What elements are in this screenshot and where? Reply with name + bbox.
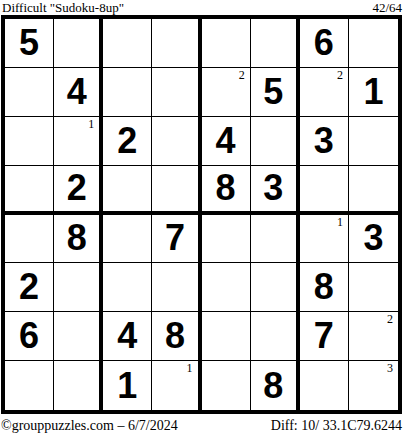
cell-r4c1[interactable] bbox=[5, 166, 54, 215]
cell-r6c8[interactable] bbox=[349, 263, 398, 312]
pencil-mark: 2 bbox=[239, 69, 245, 81]
cell-r7c3[interactable]: 4 bbox=[103, 312, 152, 361]
cell-r1c2[interactable] bbox=[54, 19, 103, 68]
cell-r8c7[interactable] bbox=[300, 361, 349, 410]
cell-digit: 3 bbox=[363, 220, 383, 256]
cell-r3c7[interactable]: 3 bbox=[300, 117, 349, 166]
puzzle-counter: 42/64 bbox=[372, 0, 402, 15]
cell-r2c4[interactable] bbox=[152, 68, 201, 117]
cell-r8c5[interactable] bbox=[202, 361, 251, 410]
cell-r2c3[interactable] bbox=[103, 68, 152, 117]
cell-r3c3[interactable]: 2 bbox=[103, 117, 152, 166]
cell-r3c4[interactable] bbox=[152, 117, 201, 166]
cell-r2c7[interactable]: 2 bbox=[300, 68, 349, 117]
cell-digit: 8 bbox=[314, 269, 334, 305]
cell-r2c6[interactable]: 5 bbox=[251, 68, 300, 117]
cell-r1c1[interactable]: 5 bbox=[5, 19, 54, 68]
cell-r5c2[interactable]: 8 bbox=[54, 215, 103, 264]
cell-r4c8[interactable] bbox=[349, 166, 398, 215]
cell-r1c4[interactable] bbox=[152, 19, 201, 68]
header: Difficult "Sudoku-8up" 42/64 bbox=[0, 0, 403, 15]
cell-r4c4[interactable] bbox=[152, 166, 201, 215]
cell-r5c7[interactable]: 1 bbox=[300, 215, 349, 264]
cell-r1c7[interactable]: 6 bbox=[300, 19, 349, 68]
cell-r2c2[interactable]: 4 bbox=[54, 68, 103, 117]
cell-r1c6[interactable] bbox=[251, 19, 300, 68]
cell-r7c4[interactable]: 8 bbox=[152, 312, 201, 361]
cell-r1c5[interactable] bbox=[202, 19, 251, 68]
cell-r7c7[interactable]: 7 bbox=[300, 312, 349, 361]
cell-r6c7[interactable]: 8 bbox=[300, 263, 349, 312]
cell-r5c1[interactable] bbox=[5, 215, 54, 264]
cell-digit: 5 bbox=[19, 25, 39, 61]
cell-r3c1[interactable] bbox=[5, 117, 54, 166]
cell-digit: 7 bbox=[314, 318, 334, 354]
cell-r5c5[interactable] bbox=[202, 215, 251, 264]
cell-r5c3[interactable] bbox=[103, 215, 152, 264]
cell-r6c3[interactable] bbox=[103, 263, 152, 312]
cell-r6c5[interactable] bbox=[202, 263, 251, 312]
cell-r6c4[interactable] bbox=[152, 263, 201, 312]
cell-r8c2[interactable] bbox=[54, 361, 103, 410]
cell-r6c6[interactable] bbox=[251, 263, 300, 312]
cell-digit: 8 bbox=[263, 368, 283, 404]
pencil-mark: 3 bbox=[387, 362, 393, 374]
cell-r4c2[interactable]: 2 bbox=[54, 166, 103, 215]
cell-digit: 5 bbox=[263, 74, 283, 110]
cell-digit: 1 bbox=[117, 368, 137, 404]
cell-r7c2[interactable] bbox=[54, 312, 103, 361]
cell-r5c6[interactable] bbox=[251, 215, 300, 264]
cell-r8c6[interactable]: 8 bbox=[251, 361, 300, 410]
cell-digit: 6 bbox=[314, 25, 334, 61]
cell-r3c2[interactable]: 1 bbox=[54, 117, 103, 166]
cell-digit: 4 bbox=[216, 123, 236, 159]
puzzle-title: Difficult "Sudoku-8up" bbox=[2, 0, 124, 15]
pencil-mark: 2 bbox=[337, 69, 343, 81]
cell-r2c8[interactable]: 1 bbox=[349, 68, 398, 117]
cell-digit: 2 bbox=[19, 269, 39, 305]
cell-digit: 2 bbox=[117, 123, 137, 159]
cell-digit: 7 bbox=[165, 220, 185, 256]
cell-r8c4[interactable]: 1 bbox=[152, 361, 201, 410]
cell-r4c6[interactable]: 3 bbox=[251, 166, 300, 215]
cell-r8c1[interactable] bbox=[5, 361, 54, 410]
cell-digit: 1 bbox=[363, 74, 383, 110]
sudoku-board: 56425211243283871328648721183 bbox=[1, 15, 402, 414]
cell-digit: 3 bbox=[263, 170, 283, 206]
cell-r3c6[interactable] bbox=[251, 117, 300, 166]
cell-r1c8[interactable] bbox=[349, 19, 398, 68]
cell-digit: 8 bbox=[216, 170, 236, 206]
cell-r6c1[interactable]: 2 bbox=[5, 263, 54, 312]
cell-r5c8[interactable]: 3 bbox=[349, 215, 398, 264]
cell-digit: 4 bbox=[67, 74, 87, 110]
pencil-mark: 2 bbox=[387, 313, 393, 325]
cell-digit: 8 bbox=[165, 318, 185, 354]
difficulty-text: Diff: 10/ 33.1C79.6244 bbox=[271, 417, 402, 435]
footer: ©grouppuzzles.com – 6/7/2024 Diff: 10/ 3… bbox=[0, 417, 403, 437]
cell-r2c1[interactable] bbox=[5, 68, 54, 117]
cell-r4c7[interactable] bbox=[300, 166, 349, 215]
cell-r1c3[interactable] bbox=[103, 19, 152, 68]
cell-r4c5[interactable]: 8 bbox=[202, 166, 251, 215]
cell-r3c5[interactable]: 4 bbox=[202, 117, 251, 166]
cell-digit: 4 bbox=[117, 318, 137, 354]
pencil-mark: 1 bbox=[337, 216, 343, 228]
cell-r2c5[interactable]: 2 bbox=[202, 68, 251, 117]
cell-r7c6[interactable] bbox=[251, 312, 300, 361]
pencil-mark: 1 bbox=[88, 118, 94, 130]
cell-r8c3[interactable]: 1 bbox=[103, 361, 152, 410]
cell-r7c8[interactable]: 2 bbox=[349, 312, 398, 361]
cell-digit: 3 bbox=[314, 123, 334, 159]
cell-r7c5[interactable] bbox=[202, 312, 251, 361]
cell-digit: 2 bbox=[67, 170, 87, 206]
cell-r5c4[interactable]: 7 bbox=[152, 215, 201, 264]
cell-digit: 6 bbox=[19, 318, 39, 354]
copyright-date-text: ©grouppuzzles.com – 6/7/2024 bbox=[1, 417, 178, 435]
cell-digit: 8 bbox=[67, 220, 87, 256]
cell-r6c2[interactable] bbox=[54, 263, 103, 312]
cell-r3c8[interactable] bbox=[349, 117, 398, 166]
cell-r7c1[interactable]: 6 bbox=[5, 312, 54, 361]
cell-r8c8[interactable]: 3 bbox=[349, 361, 398, 410]
pencil-mark: 1 bbox=[187, 362, 193, 374]
cell-r4c3[interactable] bbox=[103, 166, 152, 215]
sudoku-page: Difficult "Sudoku-8up" 42/64 56425211243… bbox=[0, 0, 403, 437]
